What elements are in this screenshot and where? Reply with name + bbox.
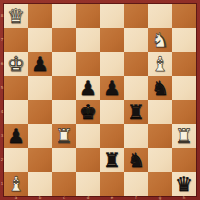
square-a5[interactable] — [4, 76, 28, 100]
rank-label-1: 1 — [0, 172, 4, 196]
piece-white-knight-g7[interactable]: ♞ — [148, 28, 172, 52]
rank-label-4: 4 — [0, 100, 4, 124]
square-f4[interactable]: ♜ — [124, 100, 148, 124]
square-h3[interactable]: ♜ — [172, 124, 196, 148]
square-a2[interactable] — [4, 148, 28, 172]
square-e4[interactable] — [100, 100, 124, 124]
square-g1[interactable] — [148, 172, 172, 196]
square-d2[interactable] — [76, 148, 100, 172]
square-c4[interactable] — [52, 100, 76, 124]
rank-label-7: 7 — [0, 28, 4, 52]
square-f3[interactable] — [124, 124, 148, 148]
square-a7[interactable] — [4, 28, 28, 52]
piece-black-knight-f2[interactable]: ♞ — [124, 148, 148, 172]
piece-black-pawn-d5[interactable]: ♟ — [76, 76, 100, 100]
piece-white-king-a6[interactable]: ♚ — [4, 52, 28, 76]
file-label-g: g — [148, 196, 172, 200]
square-h6[interactable] — [172, 52, 196, 76]
square-d8[interactable] — [76, 4, 100, 28]
chess-board: ♛♞♚♟♝♟♟♞♚♜♟♜♜♜♞♝♛ — [4, 4, 196, 196]
file-label-d: d — [76, 196, 100, 200]
piece-black-rook-e2[interactable]: ♜ — [100, 148, 124, 172]
square-g6[interactable]: ♝ — [148, 52, 172, 76]
square-d1[interactable] — [76, 172, 100, 196]
file-label-h: h — [172, 196, 196, 200]
square-f8[interactable] — [124, 4, 148, 28]
file-label-c: c — [52, 196, 76, 200]
piece-black-pawn-a3[interactable]: ♟ — [4, 124, 28, 148]
square-c6[interactable] — [52, 52, 76, 76]
square-h1[interactable]: ♛ — [172, 172, 196, 196]
square-f2[interactable]: ♞ — [124, 148, 148, 172]
piece-white-rook-h3[interactable]: ♜ — [172, 124, 196, 148]
square-a3[interactable]: ♟ — [4, 124, 28, 148]
piece-white-queen-a8[interactable]: ♛ — [4, 4, 28, 28]
square-e1[interactable] — [100, 172, 124, 196]
square-d4[interactable]: ♚ — [76, 100, 100, 124]
square-e6[interactable] — [100, 52, 124, 76]
rank-label-5: 5 — [0, 76, 4, 100]
rank-label-3: 3 — [0, 124, 4, 148]
square-b5[interactable] — [28, 76, 52, 100]
square-g8[interactable] — [148, 4, 172, 28]
square-f5[interactable] — [124, 76, 148, 100]
square-a4[interactable] — [4, 100, 28, 124]
square-d7[interactable] — [76, 28, 100, 52]
piece-black-king-d4[interactable]: ♚ — [76, 100, 100, 124]
square-f7[interactable] — [124, 28, 148, 52]
rank-label-2: 2 — [0, 148, 4, 172]
square-a6[interactable]: ♚ — [4, 52, 28, 76]
square-b8[interactable] — [28, 4, 52, 28]
rank-label-6: 6 — [0, 52, 4, 76]
file-label-e: e — [100, 196, 124, 200]
square-c7[interactable] — [52, 28, 76, 52]
square-e3[interactable] — [100, 124, 124, 148]
piece-white-bishop-g6[interactable]: ♝ — [148, 52, 172, 76]
rank-label-8: 8 — [0, 4, 4, 28]
square-f1[interactable] — [124, 172, 148, 196]
square-h4[interactable] — [172, 100, 196, 124]
chess-board-frame: ♛♞♚♟♝♟♟♞♚♜♟♜♜♜♞♝♛ 87654321 abcdefgh — [0, 0, 200, 200]
piece-white-bishop-a1[interactable]: ♝ — [4, 172, 28, 196]
piece-black-pawn-e5[interactable]: ♟ — [100, 76, 124, 100]
square-a8[interactable]: ♛ — [4, 4, 28, 28]
square-b2[interactable] — [28, 148, 52, 172]
square-b7[interactable] — [28, 28, 52, 52]
square-c5[interactable] — [52, 76, 76, 100]
square-f6[interactable] — [124, 52, 148, 76]
square-g2[interactable] — [148, 148, 172, 172]
square-d5[interactable]: ♟ — [76, 76, 100, 100]
square-b1[interactable] — [28, 172, 52, 196]
square-g7[interactable]: ♞ — [148, 28, 172, 52]
file-label-f: f — [124, 196, 148, 200]
square-e7[interactable] — [100, 28, 124, 52]
square-b6[interactable]: ♟ — [28, 52, 52, 76]
piece-white-rook-c3[interactable]: ♜ — [52, 124, 76, 148]
square-d3[interactable] — [76, 124, 100, 148]
piece-black-queen-h1[interactable]: ♛ — [172, 172, 196, 196]
square-e5[interactable]: ♟ — [100, 76, 124, 100]
square-h8[interactable] — [172, 4, 196, 28]
piece-black-pawn-b6[interactable]: ♟ — [28, 52, 52, 76]
square-h5[interactable] — [172, 76, 196, 100]
square-h7[interactable] — [172, 28, 196, 52]
square-g4[interactable] — [148, 100, 172, 124]
file-label-a: a — [4, 196, 28, 200]
square-b4[interactable] — [28, 100, 52, 124]
square-h2[interactable] — [172, 148, 196, 172]
square-g5[interactable]: ♞ — [148, 76, 172, 100]
square-g3[interactable] — [148, 124, 172, 148]
square-d6[interactable] — [76, 52, 100, 76]
file-label-b: b — [28, 196, 52, 200]
piece-black-rook-f4[interactable]: ♜ — [124, 100, 148, 124]
square-c2[interactable] — [52, 148, 76, 172]
square-c8[interactable] — [52, 4, 76, 28]
square-e2[interactable]: ♜ — [100, 148, 124, 172]
piece-black-knight-g5[interactable]: ♞ — [148, 76, 172, 100]
square-b3[interactable] — [28, 124, 52, 148]
square-c1[interactable] — [52, 172, 76, 196]
square-c3[interactable]: ♜ — [52, 124, 76, 148]
square-a1[interactable]: ♝ — [4, 172, 28, 196]
square-e8[interactable] — [100, 4, 124, 28]
